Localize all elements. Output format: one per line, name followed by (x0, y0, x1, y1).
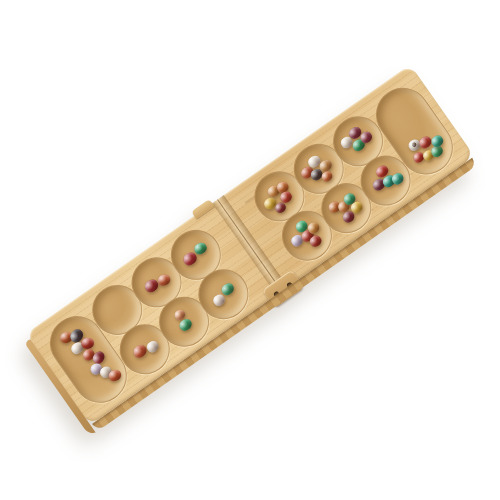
hinge-screw (286, 282, 293, 289)
gem-stone (145, 339, 161, 355)
product-photo-scene (0, 0, 500, 500)
hinge-screw (273, 291, 280, 298)
mancala-board (25, 64, 474, 425)
gem-stone (80, 337, 94, 349)
board-shadow (0, 0, 500, 500)
latch-tab (191, 199, 214, 219)
